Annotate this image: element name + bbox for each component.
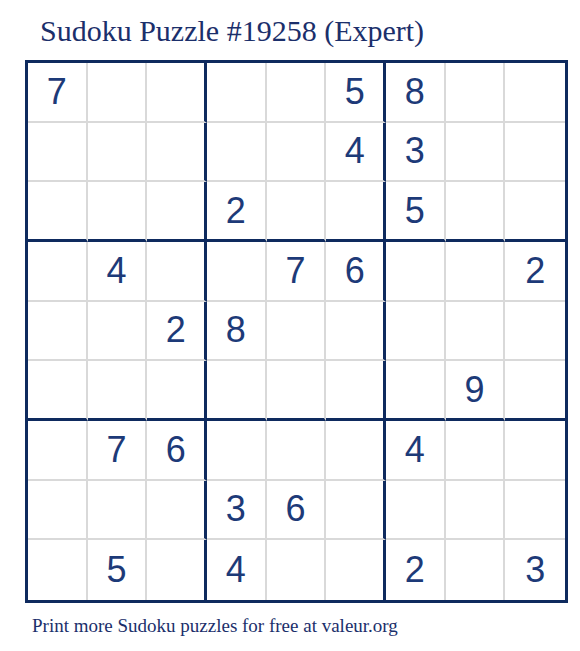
cell-r6c8: 9 (446, 361, 506, 421)
cell-r1c4 (207, 63, 267, 123)
cell-r2c3 (147, 123, 207, 183)
cell-r2c6: 4 (326, 123, 386, 183)
cell-r8c3 (147, 481, 207, 541)
cell-r6c7 (386, 361, 446, 421)
cell-r9c3 (147, 540, 207, 600)
cell-r2c8 (446, 123, 506, 183)
cell-r9c2: 5 (88, 540, 148, 600)
cell-r7c1 (28, 421, 88, 481)
cell-r9c5 (267, 540, 327, 600)
cell-r6c9 (505, 361, 565, 421)
cell-r6c3 (147, 361, 207, 421)
cell-r1c5 (267, 63, 327, 123)
cell-r1c3 (147, 63, 207, 123)
cell-r4c5: 7 (267, 242, 327, 302)
cell-r2c1 (28, 123, 88, 183)
cell-r3c6 (326, 182, 386, 242)
cell-r1c2 (88, 63, 148, 123)
cell-r8c6 (326, 481, 386, 541)
cell-r4c1 (28, 242, 88, 302)
cell-r3c8 (446, 182, 506, 242)
cell-r4c6: 6 (326, 242, 386, 302)
cell-r7c6 (326, 421, 386, 481)
cell-r3c3 (147, 182, 207, 242)
cell-r5c7 (386, 302, 446, 362)
cell-r7c2: 7 (88, 421, 148, 481)
cell-r5c8 (446, 302, 506, 362)
cell-r5c3: 2 (147, 302, 207, 362)
cell-r2c9 (505, 123, 565, 183)
cell-r8c9 (505, 481, 565, 541)
cell-r8c1 (28, 481, 88, 541)
cell-r7c9 (505, 421, 565, 481)
cell-r7c4 (207, 421, 267, 481)
cell-r5c4: 8 (207, 302, 267, 362)
cell-r5c5 (267, 302, 327, 362)
cell-r7c8 (446, 421, 506, 481)
cell-r6c2 (88, 361, 148, 421)
cell-r9c7: 2 (386, 540, 446, 600)
cell-r8c8 (446, 481, 506, 541)
cell-r8c2 (88, 481, 148, 541)
cell-r1c6: 5 (326, 63, 386, 123)
cell-r5c6 (326, 302, 386, 362)
footer-note: Print more Sudoku puzzles for free at va… (32, 615, 398, 637)
cell-r2c2 (88, 123, 148, 183)
cell-r6c6 (326, 361, 386, 421)
cell-r8c7 (386, 481, 446, 541)
cell-r7c3: 6 (147, 421, 207, 481)
cell-r6c1 (28, 361, 88, 421)
cell-r5c9 (505, 302, 565, 362)
cell-r8c5: 6 (267, 481, 327, 541)
cell-r9c6 (326, 540, 386, 600)
cell-r6c5 (267, 361, 327, 421)
cell-r4c7 (386, 242, 446, 302)
cell-r8c4: 3 (207, 481, 267, 541)
sudoku-board: 75843254762289764365423 (25, 60, 568, 603)
page-title: Sudoku Puzzle #19258 (Expert) (40, 12, 424, 50)
cell-r7c7: 4 (386, 421, 446, 481)
cell-r1c7: 8 (386, 63, 446, 123)
cell-r6c4 (207, 361, 267, 421)
cell-r2c5 (267, 123, 327, 183)
cell-r2c4 (207, 123, 267, 183)
cell-r9c9: 3 (505, 540, 565, 600)
cell-r4c4 (207, 242, 267, 302)
cell-r1c1: 7 (28, 63, 88, 123)
cell-r1c8 (446, 63, 506, 123)
cell-r3c2 (88, 182, 148, 242)
cell-r5c1 (28, 302, 88, 362)
cell-r5c2 (88, 302, 148, 362)
cell-r4c3 (147, 242, 207, 302)
cell-r7c5 (267, 421, 327, 481)
cell-r9c4: 4 (207, 540, 267, 600)
cell-r9c8 (446, 540, 506, 600)
cell-r2c7: 3 (386, 123, 446, 183)
cell-r3c7: 5 (386, 182, 446, 242)
cell-r3c4: 2 (207, 182, 267, 242)
cell-r4c9: 2 (505, 242, 565, 302)
cell-r4c8 (446, 242, 506, 302)
cell-r3c9 (505, 182, 565, 242)
cell-r3c5 (267, 182, 327, 242)
cell-r1c9 (505, 63, 565, 123)
cell-r9c1 (28, 540, 88, 600)
cell-r3c1 (28, 182, 88, 242)
cell-r4c2: 4 (88, 242, 148, 302)
